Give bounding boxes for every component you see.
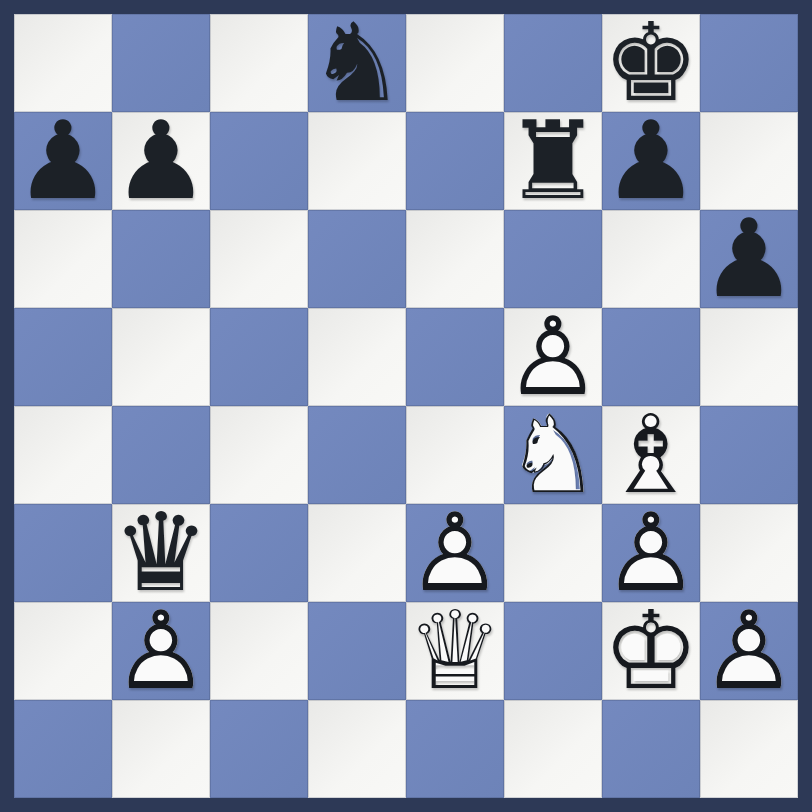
square-a7[interactable]: ♟ xyxy=(14,112,112,210)
square-d5[interactable] xyxy=(308,308,406,406)
square-a5[interactable] xyxy=(14,308,112,406)
square-e2[interactable]: ♛♕ xyxy=(406,602,504,700)
square-d8[interactable]: ♞ xyxy=(308,14,406,112)
chess-board: ♞♚♟♟♜♟♟♟♙♞♘♝♗♛♟♙♟♙♟♙♛♕♚♔♟♙ xyxy=(14,14,798,798)
square-h2[interactable]: ♟♙ xyxy=(700,602,798,700)
square-e8[interactable] xyxy=(406,14,504,112)
square-e6[interactable] xyxy=(406,210,504,308)
square-b2[interactable]: ♟♙ xyxy=(112,602,210,700)
black-pawn-icon[interactable]: ♟ xyxy=(700,210,798,308)
square-h6[interactable]: ♟ xyxy=(700,210,798,308)
square-g2[interactable]: ♚♔ xyxy=(602,602,700,700)
white-knight-outline-layer: ♘ xyxy=(504,406,602,504)
square-h4[interactable] xyxy=(700,406,798,504)
square-c6[interactable] xyxy=(210,210,308,308)
square-h1[interactable] xyxy=(700,700,798,798)
white-pawn-outline-layer: ♙ xyxy=(700,602,798,700)
white-pawn-icon[interactable]: ♟♙ xyxy=(112,602,210,700)
square-h5[interactable] xyxy=(700,308,798,406)
square-b6[interactable] xyxy=(112,210,210,308)
square-f7[interactable]: ♜ xyxy=(504,112,602,210)
black-pawn-icon[interactable]: ♟ xyxy=(602,112,700,210)
square-d4[interactable] xyxy=(308,406,406,504)
white-king-icon[interactable]: ♚♔ xyxy=(602,602,700,700)
square-a3[interactable] xyxy=(14,504,112,602)
white-pawn-icon[interactable]: ♟♙ xyxy=(700,602,798,700)
square-d7[interactable] xyxy=(308,112,406,210)
square-d1[interactable] xyxy=(308,700,406,798)
white-queen-icon[interactable]: ♛♕ xyxy=(406,602,504,700)
square-a2[interactable] xyxy=(14,602,112,700)
square-g7[interactable]: ♟ xyxy=(602,112,700,210)
square-e7[interactable] xyxy=(406,112,504,210)
square-e1[interactable] xyxy=(406,700,504,798)
black-knight-icon[interactable]: ♞ xyxy=(308,14,406,112)
square-c3[interactable] xyxy=(210,504,308,602)
square-f3[interactable] xyxy=(504,504,602,602)
square-d3[interactable] xyxy=(308,504,406,602)
square-f4[interactable]: ♞♘ xyxy=(504,406,602,504)
square-b7[interactable]: ♟ xyxy=(112,112,210,210)
black-rook-icon[interactable]: ♜ xyxy=(504,112,602,210)
square-e5[interactable] xyxy=(406,308,504,406)
square-c1[interactable] xyxy=(210,700,308,798)
square-c4[interactable] xyxy=(210,406,308,504)
square-a1[interactable] xyxy=(14,700,112,798)
black-pawn-icon[interactable]: ♟ xyxy=(14,112,112,210)
square-g6[interactable] xyxy=(602,210,700,308)
black-pawn-icon[interactable]: ♟ xyxy=(112,112,210,210)
white-queen-outline-layer: ♕ xyxy=(406,602,504,700)
square-c7[interactable] xyxy=(210,112,308,210)
square-g1[interactable] xyxy=(602,700,700,798)
square-b1[interactable] xyxy=(112,700,210,798)
square-a6[interactable] xyxy=(14,210,112,308)
square-d6[interactable] xyxy=(308,210,406,308)
square-d2[interactable] xyxy=(308,602,406,700)
white-pawn-outline-layer: ♙ xyxy=(112,602,210,700)
board-frame: ♞♚♟♟♜♟♟♟♙♞♘♝♗♛♟♙♟♙♟♙♛♕♚♔♟♙ xyxy=(0,0,812,812)
square-f2[interactable] xyxy=(504,602,602,700)
square-c8[interactable] xyxy=(210,14,308,112)
square-a4[interactable] xyxy=(14,406,112,504)
square-c2[interactable] xyxy=(210,602,308,700)
square-f1[interactable] xyxy=(504,700,602,798)
square-c5[interactable] xyxy=(210,308,308,406)
white-king-outline-layer: ♔ xyxy=(602,602,700,700)
square-b5[interactable] xyxy=(112,308,210,406)
square-h8[interactable] xyxy=(700,14,798,112)
white-knight-icon[interactable]: ♞♘ xyxy=(504,406,602,504)
